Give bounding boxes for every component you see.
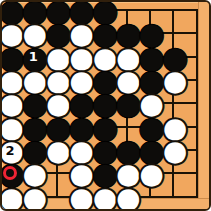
white-stone[interactable]: ● [161, 68, 185, 92]
board-point[interactable] [185, 161, 209, 185]
white-stone[interactable]: ● [91, 185, 115, 209]
board-point[interactable] [185, 0, 209, 22]
board-point[interactable] [185, 138, 209, 162]
white-stone-glyph: ● [0, 185, 22, 209]
board-point[interactable] [161, 185, 185, 209]
white-stone-glyph: ● [68, 185, 92, 209]
white-stone-glyph: ● [161, 68, 185, 92]
white-stone[interactable]: ● [45, 138, 69, 162]
board-point[interactable] [185, 185, 209, 209]
board-point[interactable] [185, 68, 209, 92]
white-stone[interactable]: ● [21, 185, 45, 209]
board-point[interactable] [161, 0, 185, 22]
white-stone-glyph: ● [91, 185, 115, 209]
black-stone-glyph: ● [115, 91, 139, 115]
white-stone[interactable]: ● [115, 185, 139, 209]
white-stone-glyph: ● [21, 185, 45, 209]
board-point[interactable] [138, 185, 162, 209]
white-stone-glyph: ● [115, 185, 139, 209]
black-stone[interactable]: ● [115, 91, 139, 115]
board-point[interactable] [45, 185, 69, 209]
white-stone[interactable]: ● [68, 185, 92, 209]
board-point[interactable] [161, 161, 185, 185]
board-point[interactable] [45, 161, 69, 185]
white-stone-glyph: ● [161, 138, 185, 162]
white-stone[interactable]: ● [161, 138, 185, 162]
go-board: ●●●●●●●●●●●●●●1●●●●●●●●●●●●●●●●●●●●●●●●●… [0, 0, 211, 211]
white-stone[interactable]: ● [0, 185, 22, 209]
white-stone-glyph: ● [45, 138, 69, 162]
